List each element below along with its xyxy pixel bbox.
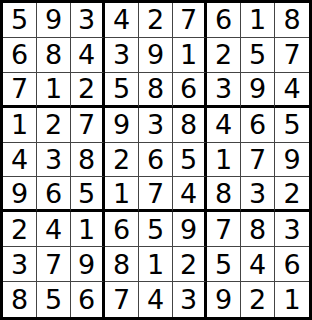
cell-r9c6[interactable]: 3 xyxy=(173,282,207,317)
cell-r2c2[interactable]: 8 xyxy=(37,38,71,73)
cell-r8c5[interactable]: 1 xyxy=(139,247,173,282)
cell-r2c1[interactable]: 6 xyxy=(3,38,37,73)
cell-r7c6[interactable]: 9 xyxy=(173,212,207,247)
cell-r4c8[interactable]: 6 xyxy=(241,108,275,143)
cell-r9c7[interactable]: 9 xyxy=(207,282,241,317)
cell-r6c8[interactable]: 3 xyxy=(241,177,275,212)
cell-r8c3[interactable]: 9 xyxy=(71,247,105,282)
cell-r1c3[interactable]: 3 xyxy=(71,3,105,38)
cell-r7c3[interactable]: 1 xyxy=(71,212,105,247)
cell-r8c1[interactable]: 3 xyxy=(3,247,37,282)
cell-r6c2[interactable]: 6 xyxy=(37,177,71,212)
cell-r4c7[interactable]: 4 xyxy=(207,108,241,143)
cell-r9c8[interactable]: 2 xyxy=(241,282,275,317)
cell-r4c5[interactable]: 3 xyxy=(139,108,173,143)
cell-r8c7[interactable]: 5 xyxy=(207,247,241,282)
cell-r4c6[interactable]: 8 xyxy=(173,108,207,143)
cell-r7c9[interactable]: 3 xyxy=(275,212,309,247)
cell-r7c2[interactable]: 4 xyxy=(37,212,71,247)
cell-r5c3[interactable]: 8 xyxy=(71,143,105,178)
cell-r9c9[interactable]: 1 xyxy=(275,282,309,317)
cell-r5c9[interactable]: 9 xyxy=(275,143,309,178)
cell-r8c4[interactable]: 8 xyxy=(105,247,139,282)
sudoku-board: 5934276186843912577125863941279384654382… xyxy=(0,0,312,320)
cell-r5c8[interactable]: 7 xyxy=(241,143,275,178)
cell-r3c5[interactable]: 8 xyxy=(139,73,173,108)
cell-r5c4[interactable]: 2 xyxy=(105,143,139,178)
cell-r6c5[interactable]: 7 xyxy=(139,177,173,212)
cell-r7c8[interactable]: 8 xyxy=(241,212,275,247)
cell-r1c1[interactable]: 5 xyxy=(3,3,37,38)
cell-r8c2[interactable]: 7 xyxy=(37,247,71,282)
cell-r9c3[interactable]: 6 xyxy=(71,282,105,317)
cell-r7c7[interactable]: 7 xyxy=(207,212,241,247)
cell-r6c3[interactable]: 5 xyxy=(71,177,105,212)
cell-r4c9[interactable]: 5 xyxy=(275,108,309,143)
cell-r4c4[interactable]: 9 xyxy=(105,108,139,143)
cell-r1c7[interactable]: 6 xyxy=(207,3,241,38)
cell-r5c6[interactable]: 5 xyxy=(173,143,207,178)
cell-r1c6[interactable]: 7 xyxy=(173,3,207,38)
cell-r6c1[interactable]: 9 xyxy=(3,177,37,212)
cell-r3c6[interactable]: 6 xyxy=(173,73,207,108)
cell-r3c4[interactable]: 5 xyxy=(105,73,139,108)
cell-r3c8[interactable]: 9 xyxy=(241,73,275,108)
cell-r7c5[interactable]: 5 xyxy=(139,212,173,247)
cell-r3c9[interactable]: 4 xyxy=(275,73,309,108)
cell-r2c3[interactable]: 4 xyxy=(71,38,105,73)
cell-r6c7[interactable]: 8 xyxy=(207,177,241,212)
cell-r6c6[interactable]: 4 xyxy=(173,177,207,212)
cell-r9c2[interactable]: 5 xyxy=(37,282,71,317)
cell-r5c2[interactable]: 3 xyxy=(37,143,71,178)
cell-r2c8[interactable]: 5 xyxy=(241,38,275,73)
cell-r1c4[interactable]: 4 xyxy=(105,3,139,38)
cell-r8c9[interactable]: 6 xyxy=(275,247,309,282)
cell-r2c6[interactable]: 1 xyxy=(173,38,207,73)
cell-r4c2[interactable]: 2 xyxy=(37,108,71,143)
cell-r5c5[interactable]: 6 xyxy=(139,143,173,178)
cell-r1c5[interactable]: 2 xyxy=(139,3,173,38)
cell-r9c4[interactable]: 7 xyxy=(105,282,139,317)
cell-r1c8[interactable]: 1 xyxy=(241,3,275,38)
cell-r1c2[interactable]: 9 xyxy=(37,3,71,38)
cell-r7c4[interactable]: 6 xyxy=(105,212,139,247)
cell-r5c7[interactable]: 1 xyxy=(207,143,241,178)
cell-r2c5[interactable]: 9 xyxy=(139,38,173,73)
cell-r8c8[interactable]: 4 xyxy=(241,247,275,282)
cell-r3c7[interactable]: 3 xyxy=(207,73,241,108)
cell-r2c9[interactable]: 7 xyxy=(275,38,309,73)
cell-r4c3[interactable]: 7 xyxy=(71,108,105,143)
cell-r6c9[interactable]: 2 xyxy=(275,177,309,212)
cell-r7c1[interactable]: 2 xyxy=(3,212,37,247)
cell-r2c7[interactable]: 2 xyxy=(207,38,241,73)
cell-r3c3[interactable]: 2 xyxy=(71,73,105,108)
cell-r3c1[interactable]: 7 xyxy=(3,73,37,108)
cell-r1c9[interactable]: 8 xyxy=(275,3,309,38)
cell-r9c1[interactable]: 8 xyxy=(3,282,37,317)
cell-r5c1[interactable]: 4 xyxy=(3,143,37,178)
cell-r6c4[interactable]: 1 xyxy=(105,177,139,212)
cell-r3c2[interactable]: 1 xyxy=(37,73,71,108)
cell-r2c4[interactable]: 3 xyxy=(105,38,139,73)
cell-r9c5[interactable]: 4 xyxy=(139,282,173,317)
cell-r8c6[interactable]: 2 xyxy=(173,247,207,282)
cell-r4c1[interactable]: 1 xyxy=(3,108,37,143)
